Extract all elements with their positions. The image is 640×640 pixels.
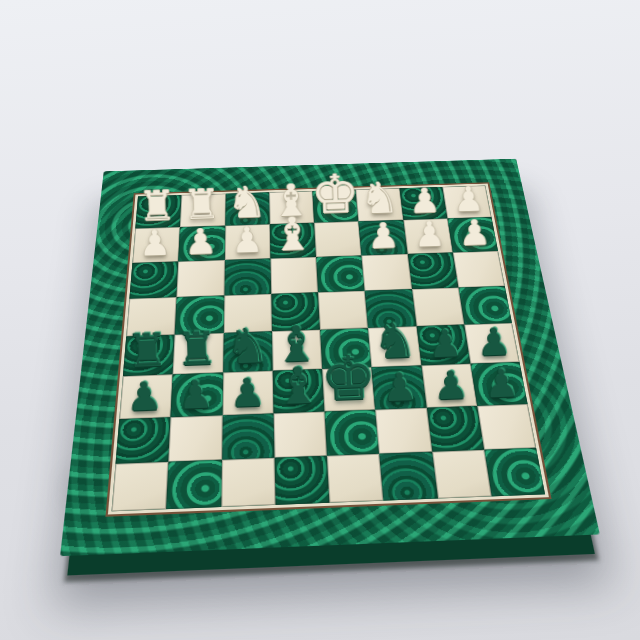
board-square — [223, 294, 271, 333]
board-square — [379, 452, 437, 501]
board-square: ♜ — [180, 194, 225, 228]
board-square — [271, 292, 320, 331]
board-square — [224, 258, 271, 295]
chess-piece-cream-rook: ♜ — [182, 183, 221, 226]
board-square — [453, 251, 505, 288]
board-square — [274, 456, 329, 505]
board-square: ♟ — [119, 375, 173, 419]
chess-piece-cream-pawn: ♟ — [185, 224, 218, 260]
chess-piece-cream-pawn: ♟ — [458, 215, 490, 251]
chess-piece-cream-king: ♚ — [311, 167, 361, 222]
board-square — [273, 411, 327, 457]
chess-piece-green-pawn: ♟ — [126, 376, 163, 417]
chess-piece-cream-pawn: ♟ — [413, 216, 445, 252]
board-square — [327, 454, 384, 503]
board-square: ♟ — [447, 217, 498, 252]
board-square — [169, 415, 223, 462]
board-square: ♞ — [223, 332, 273, 373]
chess-piece-green-pawn: ♟ — [433, 365, 469, 405]
board-square — [222, 413, 275, 460]
chess-piece-cream-knight: ♞ — [226, 180, 266, 225]
board-square: ♟ — [132, 227, 180, 262]
board-square — [129, 261, 178, 298]
board-square — [112, 462, 169, 512]
board-square — [316, 255, 365, 292]
board-square: ♞ — [356, 188, 403, 221]
chess-piece-green-pawn: ♟ — [229, 373, 266, 413]
board-square: ♟ — [421, 364, 477, 407]
board-square: ♜ — [135, 195, 181, 229]
chess-piece-cream-pawn: ♟ — [230, 222, 263, 258]
board-square — [221, 458, 275, 507]
chess-piece-cream-bishop: ♝ — [270, 178, 311, 224]
chess-piece-green-king: ♚ — [320, 346, 377, 409]
board-square: ♟ — [403, 219, 453, 254]
board-square — [432, 450, 492, 499]
chess-piece-green-pawn: ♟ — [476, 323, 511, 362]
board-square — [477, 404, 536, 450]
chess-piece-cream-pawn: ♟ — [139, 225, 172, 261]
board-square — [426, 406, 484, 452]
chess-piece-green-pawn: ♟ — [178, 374, 215, 414]
board-square: ♟ — [416, 325, 470, 366]
board-square — [270, 257, 318, 294]
chess-piece-green-pawn: ♟ — [427, 325, 462, 364]
board-square: ♟ — [464, 323, 519, 364]
board-square: ♜ — [123, 335, 175, 377]
board-square: ♝ — [273, 369, 325, 413]
chess-piece-cream-pawn: ♟ — [367, 218, 399, 254]
photo-background: ♜♜♞♝♚♞♟♟♟♟♟♝♟♟♟♜♜♞♝♞♟♟♟♟♟♝♚♟♟♟ — [0, 0, 640, 640]
chess-piece-green-pawn: ♟ — [382, 367, 418, 407]
board-square — [116, 417, 171, 464]
chess-piece-cream-pawn: ♟ — [453, 182, 485, 217]
board-square — [484, 448, 545, 497]
chess-piece-cream-knight: ♞ — [360, 176, 400, 220]
board-square: ♟ — [470, 362, 527, 405]
chess-piece-green-bishop: ♝ — [274, 359, 321, 411]
board-square — [320, 328, 372, 369]
board-square: ♟ — [399, 187, 447, 220]
board-square: ♝ — [269, 191, 314, 224]
board-square — [318, 291, 368, 330]
board-square — [412, 288, 465, 327]
board-square — [177, 260, 225, 297]
board-square — [175, 296, 224, 335]
board-square: ♝ — [272, 330, 322, 371]
board-square: ♝ — [270, 223, 316, 258]
chess-piece-cream-pawn: ♟ — [409, 184, 441, 219]
board-square: ♜ — [173, 333, 223, 375]
board-square: ♞ — [225, 193, 270, 227]
board-square: ♟ — [359, 220, 408, 255]
board-square — [324, 409, 379, 455]
chess-piece-cream-rook: ♜ — [138, 185, 177, 228]
board-square: ♟ — [178, 226, 224, 261]
board-square — [407, 252, 458, 289]
board-grid: ♜♜♞♝♚♞♟♟♟♟♟♝♟♟♟♜♜♞♝♞♟♟♟♟♟♝♚♟♟♟ — [108, 184, 549, 515]
chess-piece-green-pawn: ♟ — [483, 363, 519, 403]
board-square: ♟ — [222, 371, 273, 415]
board-square: ♟ — [224, 225, 270, 260]
board-square: ♚ — [322, 368, 375, 412]
chessboard: ♜♜♞♝♚♞♟♟♟♟♟♝♟♟♟♜♜♞♝♞♟♟♟♟♟♝♚♟♟♟ — [60, 159, 600, 556]
board-square: ♞ — [368, 326, 421, 367]
board-square — [375, 408, 431, 454]
board-square — [365, 289, 416, 328]
board-square: ♟ — [442, 186, 491, 219]
board-square — [362, 254, 412, 291]
board-square — [126, 297, 176, 336]
board-square: ♟ — [171, 373, 223, 417]
board-square: ♟ — [372, 366, 427, 410]
board-square — [166, 460, 221, 510]
board-square: ♚ — [312, 190, 358, 223]
board-square — [314, 222, 361, 257]
board-square — [458, 286, 512, 325]
